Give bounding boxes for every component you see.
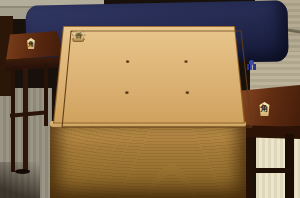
board-grid: 香桂金桂香飛金銀銀王歩歩歩歩歩歩歩歩歩歩歩歩歩歩歩歩歩歩金玉金銀飛香桂桂香 bbox=[62, 31, 253, 128]
gote-komadai-top bbox=[6, 31, 64, 60]
hoshi-dot bbox=[186, 92, 189, 95]
cushion-tassel bbox=[247, 60, 256, 71]
shogi-piece[interactable]: 香 bbox=[71, 31, 87, 40]
komadai-leg bbox=[44, 64, 48, 126]
shogi-board: 香桂金桂香飛金銀銀王歩歩歩歩歩歩歩歩歩歩歩歩歩歩歩歩歩歩金玉金銀飛香桂桂香 bbox=[53, 26, 245, 124]
hoshi-dot bbox=[185, 60, 188, 62]
floor-shadow bbox=[0, 162, 40, 198]
hoshi-dot bbox=[125, 92, 128, 95]
board-cell[interactable]: 飛 bbox=[71, 31, 72, 32]
hoshi-dot bbox=[126, 60, 129, 62]
shogi-game-photo: 角 角 香桂金桂香飛金銀銀王歩歩歩歩歩歩歩歩歩歩歩歩歩歩歩歩歩歩金玉金銀飛香桂桂… bbox=[0, 0, 300, 198]
komadai-leg bbox=[11, 66, 15, 172]
komadai-stretcher bbox=[251, 168, 291, 173]
komadai-leg bbox=[23, 68, 28, 172]
komadai-foot-shadow bbox=[15, 169, 30, 174]
board-front-face bbox=[50, 123, 246, 198]
komadai-leg bbox=[285, 134, 294, 198]
